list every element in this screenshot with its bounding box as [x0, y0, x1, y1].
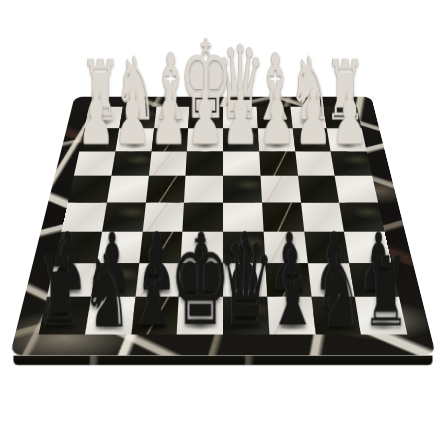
piece-white-pawn[interactable]: ♟: [78, 80, 115, 155]
square-d4[interactable]: [223, 176, 262, 203]
square-a3[interactable]: [331, 151, 372, 176]
piece-black-rook[interactable]: ♜: [37, 245, 84, 341]
square-e4[interactable]: [184, 176, 223, 203]
piece-black-queen[interactable]: ♛: [217, 225, 275, 343]
square-d2[interactable]: ♟: [223, 128, 259, 151]
square-d3[interactable]: [223, 151, 260, 176]
square-c3[interactable]: [259, 151, 298, 176]
square-g3[interactable]: [111, 151, 151, 176]
square-c2[interactable]: ♟: [258, 128, 295, 151]
square-f3[interactable]: [148, 151, 187, 176]
piece-white-pawn[interactable]: ♟: [150, 80, 187, 155]
square-b3[interactable]: [295, 151, 335, 176]
square-g4[interactable]: [107, 176, 149, 203]
square-h3[interactable]: [74, 151, 115, 176]
square-h4[interactable]: [68, 176, 111, 203]
piece-white-pawn[interactable]: ♟: [331, 80, 368, 155]
chess-board: ♜♞♝♚♛♝♞♜♟♟♟♟♟♟♟♟♟♟♟♟♟♟♟♟♜♞♝♚♛♝♞♜: [10, 97, 436, 356]
square-f4[interactable]: [145, 176, 185, 203]
square-a2[interactable]: ♟: [327, 128, 367, 151]
square-b4[interactable]: [298, 176, 340, 203]
piece-white-pawn[interactable]: ♟: [114, 80, 151, 155]
piece-black-knight[interactable]: ♞: [314, 241, 364, 342]
square-e2[interactable]: ♟: [187, 128, 223, 151]
piece-black-rook[interactable]: ♜: [362, 245, 409, 341]
board-side-edge: [13, 356, 432, 366]
square-b2[interactable]: ♟: [292, 128, 330, 151]
photo-scene: ♜♞♝♚♛♝♞♜♟♟♟♟♟♟♟♟♟♟♟♟♟♟♟♟♜♞♝♚♛♝♞♜: [0, 0, 445, 445]
square-e3[interactable]: [186, 151, 223, 176]
piece-white-pawn[interactable]: ♟: [295, 80, 332, 155]
square-f2[interactable]: ♟: [151, 128, 188, 151]
square-a4[interactable]: [335, 176, 378, 203]
square-c4[interactable]: [260, 176, 300, 203]
marble-chess-set-photo: ♜♞♝♚♛♝♞♜♟♟♟♟♟♟♟♟♟♟♟♟♟♟♟♟♜♞♝♚♛♝♞♜: [0, 0, 445, 445]
piece-white-pawn[interactable]: ♟: [186, 80, 223, 155]
board-squares-grid: ♜♞♝♚♛♝♞♜♟♟♟♟♟♟♟♟♟♟♟♟♟♟♟♟♜♞♝♚♛♝♞♜: [39, 107, 408, 335]
piece-black-knight[interactable]: ♞: [82, 241, 132, 342]
piece-white-pawn[interactable]: ♟: [223, 80, 260, 155]
piece-white-pawn[interactable]: ♟: [259, 80, 296, 155]
square-g2[interactable]: ♟: [115, 128, 153, 151]
square-b8[interactable]: ♞: [311, 297, 361, 334]
square-d8[interactable]: ♛: [223, 297, 269, 334]
